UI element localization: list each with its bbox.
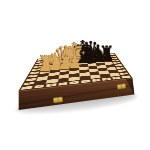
file-label-cell: a xyxy=(34,85,45,89)
brass-clasp xyxy=(117,84,126,90)
file-label-cell: b xyxy=(46,83,56,86)
file-label-cell: c xyxy=(58,82,67,85)
chess-set-product-photo: abcdefgh8877665544332211abcdefgh ♚♛♞♜♛♚♝… xyxy=(0,0,150,150)
corner-inlay-cell xyxy=(21,86,32,90)
file-label-cell: g xyxy=(102,78,111,81)
brass-clasp xyxy=(53,97,63,103)
file-label-cell: d xyxy=(70,81,79,84)
file-label-cell: f xyxy=(92,79,101,82)
file-label-cell: h xyxy=(112,77,121,80)
corner-inlay-cell xyxy=(122,76,131,79)
file-label-cell: e xyxy=(81,80,90,83)
